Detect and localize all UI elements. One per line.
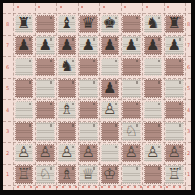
piece-black-rook: ♜ — [168, 16, 181, 31]
piece-white-pawn: ♙ — [146, 145, 159, 160]
rank-label: 2 — [187, 151, 190, 156]
square-c2[interactable]: ♙ — [56, 142, 78, 164]
square-b5[interactable] — [35, 78, 57, 100]
stamp-light-square — [122, 79, 141, 98]
square-e8[interactable]: ♚ — [99, 13, 121, 35]
rank-label: 8 — [6, 22, 9, 27]
stamp-dark-square — [58, 79, 77, 98]
stamp-light-square — [15, 58, 34, 77]
stamp-light-square — [144, 101, 163, 120]
piece-white-bishop: ♗ — [60, 166, 73, 181]
square-d1[interactable]: ♕ — [78, 164, 100, 186]
rank-label: 3 — [6, 129, 9, 134]
square-c6[interactable]: ♞ — [56, 56, 78, 78]
stamp-light-square — [122, 165, 141, 184]
stamp-dark-square — [122, 58, 141, 77]
stamp-light-square — [36, 122, 55, 141]
stamp-light-square: ♗ — [58, 101, 77, 120]
square-a5[interactable] — [13, 78, 35, 100]
stamp-light-square: ♞ — [144, 15, 163, 34]
piece-white-king: ♔ — [103, 166, 116, 181]
square-h5[interactable] — [164, 78, 186, 100]
stamp-dark-square — [165, 58, 184, 77]
rank-label: 8 — [187, 22, 190, 27]
piece-black-bishop: ♝ — [60, 16, 73, 31]
stamp-dark-square — [36, 15, 55, 34]
piece-white-pawn: ♙ — [125, 145, 138, 160]
square-b3[interactable] — [35, 121, 57, 143]
rank-label: 6 — [187, 65, 190, 70]
stamp-light-square: ♙ — [15, 144, 34, 163]
square-f5[interactable] — [121, 78, 143, 100]
stamp-dark-square — [122, 15, 141, 34]
stamp-light-square: ♚ — [101, 15, 120, 34]
square-h6[interactable] — [164, 56, 186, 78]
stamp-dark-square — [79, 101, 98, 120]
stamp-dark-square — [15, 122, 34, 141]
square-b2[interactable]: ♙ — [35, 142, 57, 164]
square-c8[interactable]: ♝ — [56, 13, 78, 35]
square-h8[interactable]: ♜ — [164, 13, 186, 35]
rank-label: 2 — [6, 151, 9, 156]
square-f6[interactable] — [121, 56, 143, 78]
stamp-dark-square — [144, 79, 163, 98]
square-g1[interactable] — [142, 164, 164, 186]
stamp-dark-square: ♗ — [58, 165, 77, 184]
square-e7[interactable]: ♟ — [99, 35, 121, 57]
stamp-light-square — [165, 122, 184, 141]
stamp-dark-square — [79, 58, 98, 77]
stamp-light-square: ♜ — [15, 15, 34, 34]
piece-black-pawn: ♟ — [168, 37, 181, 52]
square-a6[interactable] — [13, 56, 35, 78]
stamp-chessboard-page: 87654321 87654321 ♜♝♛♚♞♜♟♟♟♟♟♟♟♟♞♟♗♙♘♙♙♙… — [0, 0, 195, 195]
square-g5[interactable] — [142, 78, 164, 100]
stamp-dark-square: ♖ — [15, 165, 34, 184]
margin-inscription — [17, 186, 181, 188]
stamp-light-square: ♟ — [165, 36, 184, 55]
stamp-light-square — [36, 79, 55, 98]
stamp-light-square: ♘ — [122, 122, 141, 141]
stamp-light-square: ♝ — [58, 15, 77, 34]
stamp-light-square — [15, 101, 34, 120]
stamp-dark-square: ♙ — [79, 144, 98, 163]
piece-black-king: ♚ — [103, 16, 116, 31]
stamp-light-square: ♟ — [79, 36, 98, 55]
square-g8[interactable]: ♞ — [142, 13, 164, 35]
square-e5[interactable]: ♟ — [99, 78, 121, 100]
stamp-light-square: ♕ — [79, 165, 98, 184]
square-h2[interactable]: ♙ — [164, 142, 186, 164]
piece-black-pawn: ♟ — [82, 37, 95, 52]
square-a2[interactable]: ♙ — [13, 142, 35, 164]
piece-black-knight: ♞ — [146, 16, 159, 31]
square-g2[interactable]: ♙ — [142, 142, 164, 164]
square-f7[interactable]: ♟ — [121, 35, 143, 57]
piece-white-rook: ♖ — [17, 166, 30, 181]
stamp-dark-square: ♙ — [122, 144, 141, 163]
rank-label: 3 — [187, 129, 190, 134]
stamp-dark-square: ♟ — [144, 36, 163, 55]
stamp-dark-square — [36, 101, 55, 120]
margin-marks-top — [17, 6, 181, 8]
rank-label: 5 — [6, 86, 9, 91]
rank-label: 1 — [6, 172, 9, 177]
rank-label: 7 — [6, 43, 9, 48]
piece-white-pawn: ♙ — [39, 145, 52, 160]
square-e1[interactable]: ♔ — [99, 164, 121, 186]
square-h7[interactable]: ♟ — [164, 35, 186, 57]
square-d8[interactable]: ♛ — [78, 13, 100, 35]
stamp-dark-square — [101, 122, 120, 141]
stamp-dark-square — [122, 101, 141, 120]
square-g7[interactable]: ♟ — [142, 35, 164, 57]
stamp-sheet-margin: 87654321 87654321 ♜♝♛♚♞♜♟♟♟♟♟♟♟♟♞♟♗♙♘♙♙♙… — [3, 3, 191, 190]
stamp-dark-square: ♜ — [165, 15, 184, 34]
rank-label: 4 — [187, 108, 190, 113]
square-g3[interactable] — [142, 121, 164, 143]
square-e6[interactable] — [99, 56, 121, 78]
piece-black-pawn: ♟ — [39, 37, 52, 52]
piece-white-pawn: ♙ — [60, 145, 73, 160]
piece-white-queen: ♕ — [82, 166, 95, 181]
square-b1[interactable]: ♘ — [35, 164, 57, 186]
stamp-dark-square: ♙ — [165, 144, 184, 163]
square-b7[interactable]: ♟ — [35, 35, 57, 57]
square-g6[interactable] — [142, 56, 164, 78]
piece-black-pawn: ♟ — [125, 37, 138, 52]
square-c4[interactable]: ♗ — [56, 99, 78, 121]
piece-black-pawn: ♟ — [103, 37, 116, 52]
piece-white-pawn: ♙ — [82, 145, 95, 160]
rank-label: 5 — [187, 86, 190, 91]
square-h3[interactable] — [164, 121, 186, 143]
square-c1[interactable]: ♗ — [56, 164, 78, 186]
rank-label: 7 — [187, 43, 190, 48]
perforation-line — [185, 3, 186, 190]
square-c5[interactable] — [56, 78, 78, 100]
square-c3[interactable] — [56, 121, 78, 143]
piece-white-pawn: ♙ — [103, 102, 116, 117]
stamp-dark-square: ♛ — [79, 15, 98, 34]
rank-label: 6 — [6, 65, 9, 70]
square-d2[interactable]: ♙ — [78, 142, 100, 164]
square-b6[interactable] — [35, 56, 57, 78]
stamp-light-square — [79, 122, 98, 141]
chess-board: ♜♝♛♚♞♜♟♟♟♟♟♟♟♟♞♟♗♙♘♙♙♙♙♙♙♙♖♘♗♕♔♖ — [13, 13, 185, 185]
square-a3[interactable] — [13, 121, 35, 143]
stamp-dark-square: ♔ — [101, 165, 120, 184]
stamp-dark-square — [36, 58, 55, 77]
square-f2[interactable]: ♙ — [121, 142, 143, 164]
piece-white-pawn: ♙ — [17, 145, 30, 160]
stamp-light-square: ♙ — [58, 144, 77, 163]
piece-black-queen: ♛ — [82, 16, 95, 31]
stamp-light-square — [144, 58, 163, 77]
piece-black-pawn: ♟ — [60, 37, 73, 52]
square-e3[interactable] — [99, 121, 121, 143]
stamp-light-square: ♙ — [144, 144, 163, 163]
stamp-dark-square — [165, 101, 184, 120]
square-a7[interactable]: ♟ — [13, 35, 35, 57]
rank-label: 1 — [187, 172, 190, 177]
square-a1[interactable]: ♖ — [13, 164, 35, 186]
square-a8[interactable]: ♜ — [13, 13, 35, 35]
piece-white-knight: ♘ — [125, 123, 138, 138]
stamp-dark-square — [144, 122, 163, 141]
stamp-light-square: ♞ — [58, 58, 77, 77]
stamp-dark-square — [58, 122, 77, 141]
piece-black-pawn: ♟ — [146, 37, 159, 52]
square-a4[interactable] — [13, 99, 35, 121]
stamp-light-square — [101, 144, 120, 163]
piece-white-pawn: ♙ — [168, 145, 181, 160]
stamp-dark-square — [15, 79, 34, 98]
square-d7[interactable]: ♟ — [78, 35, 100, 57]
piece-black-pawn: ♟ — [17, 37, 30, 52]
stamp-dark-square — [144, 165, 163, 184]
piece-white-rook: ♖ — [168, 166, 181, 181]
stamp-light-square: ♟ — [122, 36, 141, 55]
piece-white-bishop: ♗ — [60, 102, 73, 117]
stamp-light-square — [101, 58, 120, 77]
square-d3[interactable] — [78, 121, 100, 143]
stamp-light-square — [165, 79, 184, 98]
stamp-dark-square: ♟ — [15, 36, 34, 55]
stamp-light-square — [79, 79, 98, 98]
square-e2[interactable] — [99, 142, 121, 164]
square-e4[interactable]: ♙ — [99, 99, 121, 121]
stamp-dark-square: ♟ — [101, 36, 120, 55]
piece-black-pawn: ♟ — [103, 80, 116, 95]
square-h1[interactable]: ♖ — [164, 164, 186, 186]
square-h4[interactable] — [164, 99, 186, 121]
stamp-dark-square: ♟ — [58, 36, 77, 55]
stamp-light-square: ♘ — [36, 165, 55, 184]
square-d5[interactable] — [78, 78, 100, 100]
stamp-dark-square: ♟ — [101, 79, 120, 98]
stamp-light-square: ♙ — [101, 101, 120, 120]
square-c7[interactable]: ♟ — [56, 35, 78, 57]
square-b8[interactable] — [35, 13, 57, 35]
stamp-light-square: ♟ — [36, 36, 55, 55]
square-f4[interactable] — [121, 99, 143, 121]
square-b4[interactable] — [35, 99, 57, 121]
piece-white-knight: ♘ — [39, 166, 52, 181]
piece-black-knight: ♞ — [60, 59, 73, 74]
square-g4[interactable] — [142, 99, 164, 121]
square-d6[interactable] — [78, 56, 100, 78]
square-f3[interactable]: ♘ — [121, 121, 143, 143]
piece-black-rook: ♜ — [17, 16, 30, 31]
stamp-light-square: ♖ — [165, 165, 184, 184]
stamp-dark-square: ♙ — [36, 144, 55, 163]
rank-label: 4 — [6, 108, 9, 113]
square-d4[interactable] — [78, 99, 100, 121]
square-f1[interactable] — [121, 164, 143, 186]
square-f8[interactable] — [121, 13, 143, 35]
